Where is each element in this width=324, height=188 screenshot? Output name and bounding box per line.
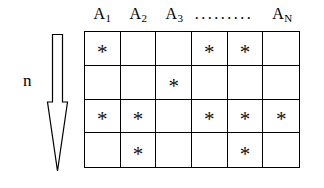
matrix-cell-r3c2: * xyxy=(121,100,157,134)
matrix-cell-r1c1: * xyxy=(85,32,121,66)
asterisk-mark: * xyxy=(240,144,251,165)
matrix-cell-r1c2 xyxy=(121,32,157,66)
matrix-cell-r4c2: * xyxy=(121,133,157,167)
asterisk-mark: * xyxy=(168,76,179,97)
matrix-cell-r2c1 xyxy=(85,66,121,100)
matrix-cell-r2c6 xyxy=(263,66,299,100)
matrix-cell-r3c6: * xyxy=(263,100,299,134)
asterisk-mark: * xyxy=(240,109,251,130)
matrix-grid: *********** xyxy=(84,31,300,168)
matrix-cell-r1c4: * xyxy=(192,32,228,66)
matrix-cell-r4c3 xyxy=(156,133,192,167)
matrix-cell-r4c4 xyxy=(192,133,228,167)
matrix-cell-r3c3 xyxy=(156,100,192,134)
matrix-cell-r4c1 xyxy=(85,133,121,167)
matrix-cell-r2c4 xyxy=(192,66,228,100)
matrix-cell-r3c1: * xyxy=(85,100,121,134)
column-header-A2: A2 xyxy=(120,6,156,22)
matrix-cell-r3c4: * xyxy=(192,100,228,134)
column-header-AN: AN xyxy=(264,6,300,22)
matrix-figure: A1 A2 A3 ......... AN n *********** xyxy=(0,0,324,188)
matrix-cell-r1c3 xyxy=(156,32,192,66)
asterisk-mark: * xyxy=(97,109,108,130)
matrix-cell-r4c5: * xyxy=(228,133,264,167)
asterisk-mark: * xyxy=(133,144,144,165)
matrix-cell-r1c6 xyxy=(263,32,299,66)
column-header-ellipsis: ......... xyxy=(192,6,264,22)
column-header-A3: A3 xyxy=(156,6,192,22)
matrix-cell-r2c5 xyxy=(228,66,264,100)
asterisk-mark: * xyxy=(204,109,215,130)
asterisk-mark: * xyxy=(276,109,287,130)
column-headers: A1 A2 A3 ......... AN xyxy=(84,3,300,25)
column-header-A1: A1 xyxy=(84,6,120,22)
asterisk-mark: * xyxy=(204,42,215,63)
matrix-cell-r3c5: * xyxy=(228,100,264,134)
row-count-label: n xyxy=(23,71,32,91)
asterisk-mark: * xyxy=(240,42,251,63)
down-arrow-icon xyxy=(44,30,72,176)
asterisk-mark: * xyxy=(97,42,108,63)
matrix-cell-r2c3: * xyxy=(156,66,192,100)
matrix-cell-r1c5: * xyxy=(228,32,264,66)
matrix-cell-r2c2 xyxy=(121,66,157,100)
asterisk-mark: * xyxy=(133,109,144,130)
matrix-cell-r4c6 xyxy=(263,133,299,167)
